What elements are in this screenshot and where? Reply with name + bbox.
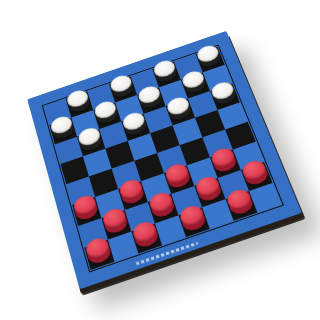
- photo-scene: [0, 0, 320, 320]
- board-border: [27, 31, 302, 289]
- checkers-board: [27, 31, 302, 289]
- board-grid: [43, 46, 280, 269]
- board-frame-line: [42, 45, 284, 273]
